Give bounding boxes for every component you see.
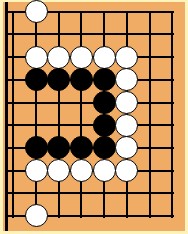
board-edge-line bbox=[5, 2, 8, 231]
white-stone bbox=[70, 46, 93, 69]
black-stone bbox=[25, 68, 48, 91]
black-stone bbox=[93, 136, 116, 159]
white-stone bbox=[115, 68, 138, 91]
white-stone bbox=[47, 46, 70, 69]
white-stone bbox=[115, 159, 138, 182]
grid-vertical-line bbox=[35, 11, 37, 218]
black-stone bbox=[47, 136, 70, 159]
grid-vertical-line bbox=[12, 11, 14, 218]
black-stone bbox=[70, 68, 93, 91]
white-stone bbox=[25, 204, 48, 227]
white-stone bbox=[115, 114, 138, 137]
black-stone bbox=[25, 136, 48, 159]
white-stone bbox=[25, 0, 48, 23]
black-stone bbox=[70, 136, 93, 159]
white-stone bbox=[47, 159, 70, 182]
white-stone bbox=[25, 46, 48, 69]
white-stone bbox=[93, 159, 116, 182]
grid-vertical-line bbox=[149, 11, 151, 218]
black-stone bbox=[93, 114, 116, 137]
grid-vertical-line bbox=[80, 11, 82, 218]
grid-vertical-line bbox=[171, 11, 173, 218]
go-diagram-screen bbox=[0, 0, 188, 234]
white-stone bbox=[93, 46, 116, 69]
black-stone bbox=[47, 68, 70, 91]
white-stone bbox=[115, 46, 138, 69]
white-stone bbox=[70, 159, 93, 182]
black-stone bbox=[93, 68, 116, 91]
white-stone bbox=[115, 91, 138, 114]
black-stone bbox=[93, 91, 116, 114]
white-stone bbox=[25, 159, 48, 182]
go-board[interactable] bbox=[3, 2, 185, 231]
white-stone bbox=[115, 136, 138, 159]
grid-vertical-line bbox=[58, 11, 60, 218]
